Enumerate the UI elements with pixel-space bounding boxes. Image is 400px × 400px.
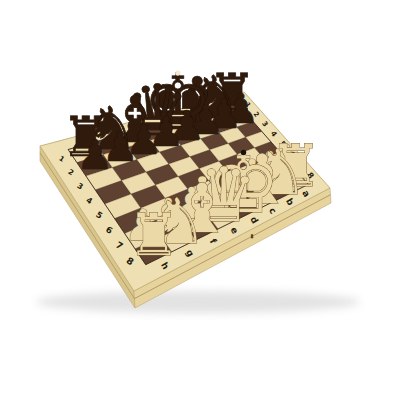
- chess-product-photo: 1122334455667788hgfedcba♜♞♝♚♛♝♞♜♟♟♟♟♟♟♟♟…: [0, 0, 400, 400]
- piece-dark-pawn-h2: ♟: [76, 131, 113, 179]
- piece-light-rook-h8: ♜: [128, 201, 180, 269]
- board-scene-svg: 1122334455667788hgfedcba♜♞♝♚♛♝♞♜♟♟♟♟♟♟♟♟…: [0, 0, 400, 400]
- floor-shadow: [36, 291, 360, 313]
